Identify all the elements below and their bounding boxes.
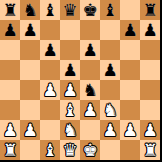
square-e8[interactable]: ♚ bbox=[80, 0, 100, 20]
square-b8[interactable]: ♞ bbox=[20, 0, 40, 20]
black-knight[interactable]: ♞ bbox=[22, 0, 37, 20]
square-h3[interactable] bbox=[140, 100, 160, 120]
square-f1[interactable] bbox=[100, 140, 120, 160]
white-pawn[interactable]: ♟ bbox=[142, 120, 157, 140]
square-e7[interactable] bbox=[80, 20, 100, 40]
white-pawn[interactable]: ♟ bbox=[102, 120, 117, 140]
square-e4[interactable]: ♞ bbox=[80, 80, 100, 100]
square-h1[interactable]: ♜ bbox=[140, 140, 160, 160]
black-pawn[interactable]: ♟ bbox=[122, 20, 137, 40]
square-g6[interactable] bbox=[120, 40, 140, 60]
black-pawn[interactable]: ♟ bbox=[42, 40, 57, 60]
black-king[interactable]: ♚ bbox=[82, 0, 97, 20]
black-pawn[interactable]: ♟ bbox=[102, 60, 117, 80]
chess-board: ♜♞♝♛♚♝♜♟♟♟♟♟♟♟♟♟♟♞♝♟♞♟♟♞♟♟♟♜♝♛♚♜ bbox=[0, 0, 160, 160]
square-d8[interactable]: ♛ bbox=[60, 0, 80, 20]
square-f4[interactable] bbox=[100, 80, 120, 100]
square-e3[interactable]: ♟ bbox=[80, 100, 100, 120]
square-b7[interactable]: ♟ bbox=[20, 20, 40, 40]
square-d1[interactable]: ♛ bbox=[60, 140, 80, 160]
square-d2[interactable]: ♞ bbox=[60, 120, 80, 140]
square-d6[interactable] bbox=[60, 40, 80, 60]
square-h8[interactable]: ♜ bbox=[140, 0, 160, 20]
square-b4[interactable] bbox=[20, 80, 40, 100]
square-c2[interactable] bbox=[40, 120, 60, 140]
square-b2[interactable]: ♟ bbox=[20, 120, 40, 140]
square-a7[interactable]: ♟ bbox=[0, 20, 20, 40]
white-pawn[interactable]: ♟ bbox=[2, 120, 17, 140]
white-pawn[interactable]: ♟ bbox=[62, 80, 77, 100]
square-c3[interactable] bbox=[40, 100, 60, 120]
square-e1[interactable]: ♚ bbox=[80, 140, 100, 160]
black-pawn[interactable]: ♟ bbox=[82, 40, 97, 60]
square-b5[interactable] bbox=[20, 60, 40, 80]
white-bishop[interactable]: ♝ bbox=[62, 100, 77, 120]
white-queen[interactable]: ♛ bbox=[62, 140, 77, 160]
square-c1[interactable]: ♝ bbox=[40, 140, 60, 160]
square-e5[interactable] bbox=[80, 60, 100, 80]
square-f7[interactable] bbox=[100, 20, 120, 40]
black-rook[interactable]: ♜ bbox=[142, 0, 157, 20]
white-bishop[interactable]: ♝ bbox=[42, 140, 57, 160]
square-b1[interactable] bbox=[20, 140, 40, 160]
white-pawn[interactable]: ♟ bbox=[22, 120, 37, 140]
square-c5[interactable] bbox=[40, 60, 60, 80]
square-e2[interactable] bbox=[80, 120, 100, 140]
white-pawn[interactable]: ♟ bbox=[122, 120, 137, 140]
square-g3[interactable] bbox=[120, 100, 140, 120]
square-a6[interactable] bbox=[0, 40, 20, 60]
square-a2[interactable]: ♟ bbox=[0, 120, 20, 140]
black-pawn[interactable]: ♟ bbox=[62, 60, 77, 80]
square-h2[interactable]: ♟ bbox=[140, 120, 160, 140]
square-a3[interactable] bbox=[0, 100, 20, 120]
square-a8[interactable]: ♜ bbox=[0, 0, 20, 20]
black-knight[interactable]: ♞ bbox=[82, 80, 97, 100]
square-h5[interactable] bbox=[140, 60, 160, 80]
square-f2[interactable]: ♟ bbox=[100, 120, 120, 140]
square-a5[interactable] bbox=[0, 60, 20, 80]
square-f8[interactable]: ♝ bbox=[100, 0, 120, 20]
square-c6[interactable]: ♟ bbox=[40, 40, 60, 60]
white-rook[interactable]: ♜ bbox=[142, 140, 157, 160]
black-rook[interactable]: ♜ bbox=[2, 0, 17, 20]
square-d7[interactable] bbox=[60, 20, 80, 40]
square-h6[interactable] bbox=[140, 40, 160, 60]
black-bishop[interactable]: ♝ bbox=[42, 0, 57, 20]
white-knight[interactable]: ♞ bbox=[62, 120, 77, 140]
square-g5[interactable] bbox=[120, 60, 140, 80]
white-rook[interactable]: ♜ bbox=[2, 140, 17, 160]
square-c7[interactable] bbox=[40, 20, 60, 40]
white-knight[interactable]: ♞ bbox=[102, 100, 117, 120]
square-f5[interactable]: ♟ bbox=[100, 60, 120, 80]
square-c4[interactable]: ♟ bbox=[40, 80, 60, 100]
square-a4[interactable] bbox=[0, 80, 20, 100]
square-g2[interactable]: ♟ bbox=[120, 120, 140, 140]
black-pawn[interactable]: ♟ bbox=[2, 20, 17, 40]
square-g4[interactable] bbox=[120, 80, 140, 100]
square-e6[interactable]: ♟ bbox=[80, 40, 100, 60]
square-c8[interactable]: ♝ bbox=[40, 0, 60, 20]
square-f6[interactable] bbox=[100, 40, 120, 60]
square-g8[interactable] bbox=[120, 0, 140, 20]
square-g1[interactable] bbox=[120, 140, 140, 160]
square-f3[interactable]: ♞ bbox=[100, 100, 120, 120]
square-h7[interactable]: ♟ bbox=[140, 20, 160, 40]
square-b3[interactable] bbox=[20, 100, 40, 120]
square-h4[interactable] bbox=[140, 80, 160, 100]
black-pawn[interactable]: ♟ bbox=[22, 20, 37, 40]
square-d3[interactable]: ♝ bbox=[60, 100, 80, 120]
square-g7[interactable]: ♟ bbox=[120, 20, 140, 40]
square-d5[interactable]: ♟ bbox=[60, 60, 80, 80]
black-bishop[interactable]: ♝ bbox=[102, 0, 117, 20]
chess-board-frame: ♜♞♝♛♚♝♜♟♟♟♟♟♟♟♟♟♟♞♝♟♞♟♟♞♟♟♟♜♝♛♚♜ bbox=[0, 0, 162, 162]
square-d4[interactable]: ♟ bbox=[60, 80, 80, 100]
white-pawn[interactable]: ♟ bbox=[42, 80, 57, 100]
white-pawn[interactable]: ♟ bbox=[82, 100, 97, 120]
white-king[interactable]: ♚ bbox=[82, 140, 97, 160]
square-b6[interactable] bbox=[20, 40, 40, 60]
black-pawn[interactable]: ♟ bbox=[142, 20, 157, 40]
square-a1[interactable]: ♜ bbox=[0, 140, 20, 160]
black-queen[interactable]: ♛ bbox=[62, 0, 77, 20]
